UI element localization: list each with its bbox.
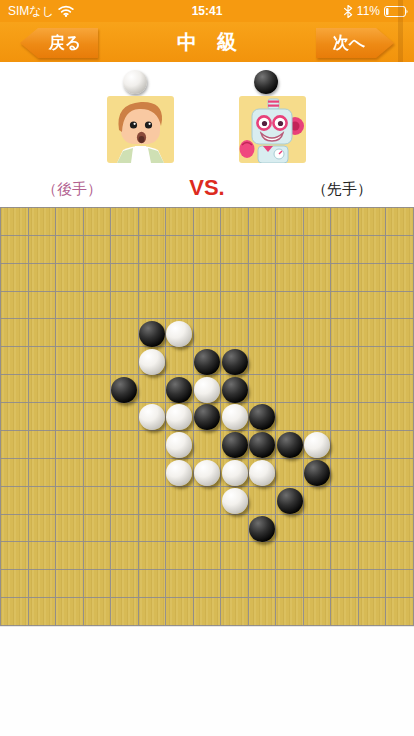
white-stone [139,404,165,430]
board-cell[interactable] [29,459,57,487]
board-cell[interactable] [386,319,414,347]
board-cell[interactable] [304,208,332,236]
board-cell[interactable] [84,570,112,598]
board-cell[interactable] [29,319,57,347]
board-cell[interactable] [139,319,167,347]
board-cell[interactable] [386,292,414,320]
board-cell[interactable] [221,459,249,487]
board-cell[interactable] [386,570,414,598]
board-cell[interactable] [194,598,222,626]
board-cell[interactable] [331,208,359,236]
board-cell[interactable] [194,542,222,570]
board-cell[interactable] [249,292,277,320]
board-cell[interactable] [139,403,167,431]
back-button-label: 戻る [49,34,81,51]
board-cell[interactable] [29,264,57,292]
board-cell[interactable] [249,347,277,375]
board-cell[interactable] [194,375,222,403]
board-cell[interactable] [276,570,304,598]
board-cell[interactable] [249,598,277,626]
board-cell[interactable] [304,487,332,515]
board-cell[interactable] [221,431,249,459]
board-cell[interactable] [29,515,57,543]
board-cell[interactable] [111,515,139,543]
board-cell[interactable] [1,319,29,347]
white-stone [139,349,165,375]
second-player-label: （後手） [38,180,102,199]
board-cell[interactable] [276,292,304,320]
board-cell[interactable] [1,515,29,543]
board-cell[interactable] [1,459,29,487]
board-cell[interactable] [386,459,414,487]
white-stone [249,460,275,486]
board-cell[interactable] [29,570,57,598]
board-cell[interactable] [139,292,167,320]
board-cell[interactable] [56,598,84,626]
board-cell[interactable] [139,542,167,570]
board-cell[interactable] [386,487,414,515]
board-cell[interactable] [276,431,304,459]
board-cell[interactable] [1,236,29,264]
black-stone [111,377,137,403]
white-stone [304,432,330,458]
board-cell[interactable] [221,375,249,403]
board-cell[interactable] [194,292,222,320]
board-cell[interactable] [276,208,304,236]
next-button[interactable]: 次へ [316,28,394,58]
board-cell[interactable] [29,236,57,264]
board-cell[interactable] [29,487,57,515]
black-stone [277,432,303,458]
board-cell[interactable] [29,208,57,236]
board-cell[interactable] [29,292,57,320]
board-cell[interactable] [1,208,29,236]
board-cell[interactable] [359,542,387,570]
board-cell[interactable] [1,542,29,570]
board-cell[interactable] [84,375,112,403]
board-cell[interactable] [1,431,29,459]
board-cell[interactable] [359,264,387,292]
board-cell[interactable] [166,236,194,264]
white-tray-stone [123,70,147,94]
board-cell[interactable] [1,375,29,403]
board-cell[interactable] [166,292,194,320]
white-stone [166,460,192,486]
white-stone [222,404,248,430]
board-cell[interactable] [84,264,112,292]
board-cell[interactable] [359,431,387,459]
board-cell[interactable] [276,236,304,264]
battery-percent-label: 11% [357,4,380,18]
board-cell[interactable] [331,542,359,570]
board-cell[interactable] [276,264,304,292]
board-cell[interactable] [139,208,167,236]
board-cell[interactable] [386,403,414,431]
board-cell[interactable] [56,515,84,543]
board-cell[interactable] [56,264,84,292]
board-cell[interactable] [221,487,249,515]
board-cell[interactable] [276,598,304,626]
board-cell[interactable] [331,292,359,320]
board-cell[interactable] [304,292,332,320]
board-cell[interactable] [304,375,332,403]
board-cell[interactable] [249,431,277,459]
board-cell[interactable] [29,375,57,403]
board-cell[interactable] [194,570,222,598]
board-cell[interactable] [56,403,84,431]
bottom-area [0,626,414,736]
board-cell[interactable] [304,264,332,292]
black-stone [194,349,220,375]
board-cell[interactable] [1,264,29,292]
board-cell[interactable] [221,319,249,347]
board-cell[interactable] [139,375,167,403]
human-avatar [107,96,174,163]
board-cell[interactable] [194,403,222,431]
board-cell[interactable] [386,347,414,375]
board-cell[interactable] [111,431,139,459]
board-cell[interactable] [29,403,57,431]
board-cell[interactable] [276,403,304,431]
board-cell[interactable] [221,570,249,598]
board-cell[interactable] [276,347,304,375]
board-cell[interactable] [166,515,194,543]
board-cell[interactable] [194,431,222,459]
board-cell[interactable] [194,264,222,292]
board-cell[interactable] [139,515,167,543]
white-stone [222,488,248,514]
board-cell[interactable] [56,292,84,320]
black-stone [222,432,248,458]
board-cell[interactable] [304,236,332,264]
board-cell[interactable] [249,459,277,487]
board-cell[interactable] [249,264,277,292]
board-cell[interactable] [166,459,194,487]
board-cell[interactable] [166,598,194,626]
board-cell[interactable] [221,515,249,543]
black-stone [166,377,192,403]
board-cell[interactable] [359,292,387,320]
players-panel: （後手） VS. （先手） 得点 0 : 2 [0,62,414,207]
board-cell[interactable] [166,431,194,459]
board-cell[interactable] [276,542,304,570]
board-cell[interactable] [1,403,29,431]
white-stone [194,460,220,486]
board-cell[interactable] [111,264,139,292]
white-stone [166,432,192,458]
board-cell[interactable] [56,347,84,375]
black-stone [249,432,275,458]
board-cell[interactable] [386,598,414,626]
board-cell[interactable] [84,542,112,570]
board-cell[interactable] [359,403,387,431]
board-cell[interactable] [331,375,359,403]
board-cell[interactable] [304,319,332,347]
board-cell[interactable] [166,487,194,515]
board-cell[interactable] [331,236,359,264]
board-cell[interactable] [304,431,332,459]
board-cell[interactable] [331,347,359,375]
black-tray-stone [254,70,278,94]
board-cell[interactable] [331,264,359,292]
board-cell[interactable] [84,598,112,626]
black-stone [139,321,165,347]
board-cell[interactable] [249,319,277,347]
board-cell[interactable] [331,570,359,598]
board-cell[interactable] [194,487,222,515]
back-button[interactable]: 戻る [20,28,98,58]
bluetooth-icon [343,5,353,18]
board-cell[interactable] [249,236,277,264]
black-stone [222,349,248,375]
board-cell[interactable] [359,598,387,626]
board-cell[interactable] [359,319,387,347]
board-cell[interactable] [221,292,249,320]
board-cell[interactable] [386,375,414,403]
white-stone [222,460,248,486]
board-cell[interactable] [249,208,277,236]
board-cell[interactable] [194,347,222,375]
board-cell[interactable] [386,515,414,543]
board-cell[interactable] [139,347,167,375]
black-stone [249,404,275,430]
board-cell[interactable] [249,375,277,403]
board-cell[interactable] [221,236,249,264]
black-stone [277,488,303,514]
board-cell[interactable] [166,347,194,375]
board-cell[interactable] [359,570,387,598]
board-cell[interactable] [166,403,194,431]
board-cell[interactable] [386,542,414,570]
board-cell[interactable] [1,347,29,375]
board-cell[interactable] [84,347,112,375]
board-cell[interactable] [139,459,167,487]
board-cell[interactable] [304,542,332,570]
board-cell[interactable] [139,236,167,264]
board-cell[interactable] [84,431,112,459]
board-cell[interactable] [194,459,222,487]
board-cell[interactable] [166,264,194,292]
board-cell[interactable] [56,542,84,570]
black-stone [249,516,275,542]
board-cell[interactable] [139,570,167,598]
board-cell[interactable] [221,347,249,375]
board-cell[interactable] [166,570,194,598]
board-cell[interactable] [84,403,112,431]
board-cell[interactable] [84,236,112,264]
board-cell[interactable] [304,515,332,543]
board-cell[interactable] [166,319,194,347]
board-cell[interactable] [194,236,222,264]
board-cell[interactable] [359,459,387,487]
board-cell[interactable] [56,487,84,515]
board-cell[interactable] [166,208,194,236]
board-cell[interactable] [56,208,84,236]
next-button-label: 次へ [333,34,365,51]
board-cell[interactable] [359,515,387,543]
board-cell[interactable] [111,292,139,320]
board-cell[interactable] [331,515,359,543]
board-cell[interactable] [386,208,414,236]
board-cell[interactable] [194,208,222,236]
board-cell[interactable] [221,403,249,431]
white-stone [166,321,192,347]
robot-avatar [239,96,306,163]
board-cell[interactable] [111,347,139,375]
board-cell[interactable] [29,347,57,375]
board-cell[interactable] [304,403,332,431]
board-cell[interactable] [359,347,387,375]
board-cell[interactable] [221,598,249,626]
board-cell[interactable] [249,542,277,570]
board-cell[interactable] [221,208,249,236]
board-cell[interactable] [166,375,194,403]
board-cell[interactable] [56,319,84,347]
board-cell[interactable] [84,292,112,320]
board-cell[interactable] [194,319,222,347]
board-cell[interactable] [29,431,57,459]
board-cell[interactable] [111,570,139,598]
board-cell[interactable] [111,236,139,264]
board-cell[interactable] [359,375,387,403]
board-cell[interactable] [249,515,277,543]
board-cell[interactable] [359,236,387,264]
board-cell[interactable] [56,375,84,403]
board-cell[interactable] [386,236,414,264]
board-cell[interactable] [331,459,359,487]
board-cell[interactable] [29,542,57,570]
black-stone [304,460,330,486]
battery-icon [384,6,409,17]
board-cell[interactable] [84,208,112,236]
board-cell[interactable] [386,431,414,459]
board-cell[interactable] [331,598,359,626]
status-bar: SIMなし 15:41 11% [0,0,414,22]
board-cell[interactable] [84,487,112,515]
board-cell[interactable] [139,487,167,515]
board-cell[interactable] [56,236,84,264]
board-cell[interactable] [111,208,139,236]
board-cell[interactable] [111,598,139,626]
board-cell[interactable] [56,570,84,598]
app-screen: SIMなし 15:41 11% 中 級 戻る 次へ [0,0,414,736]
first-player-label: （先手） [312,180,376,199]
board-cell[interactable] [249,403,277,431]
board-cell[interactable] [1,570,29,598]
board-cell[interactable] [276,515,304,543]
board-cell[interactable] [1,292,29,320]
board-cell[interactable] [221,542,249,570]
board-cell[interactable] [1,598,29,626]
board-cell[interactable] [56,459,84,487]
board-cell[interactable] [304,459,332,487]
vs-label: VS. [180,175,234,201]
board-cell[interactable] [249,570,277,598]
board-cell[interactable] [111,542,139,570]
board-cell[interactable] [331,431,359,459]
board-cell[interactable] [276,487,304,515]
board-cell[interactable] [111,487,139,515]
board-cell[interactable] [111,319,139,347]
board-cell[interactable] [331,487,359,515]
board-cell[interactable] [56,431,84,459]
board-cell[interactable] [331,403,359,431]
board-cell[interactable] [331,319,359,347]
board-cell[interactable] [139,431,167,459]
screen-edge-shade [398,0,403,62]
board-cell[interactable] [276,375,304,403]
board-cell[interactable] [84,515,112,543]
board-cell[interactable] [194,515,222,543]
board-cell[interactable] [111,375,139,403]
board-cell[interactable] [84,459,112,487]
board-cell[interactable] [111,459,139,487]
board-cell[interactable] [359,208,387,236]
board-cell[interactable] [304,570,332,598]
board-cell[interactable] [359,487,387,515]
board-cell[interactable] [276,319,304,347]
board-cell[interactable] [221,264,249,292]
board-cell[interactable] [139,598,167,626]
board-cell[interactable] [249,487,277,515]
board-cell[interactable] [386,264,414,292]
board-cell[interactable] [139,264,167,292]
board [0,207,414,626]
white-stone [166,404,192,430]
board-cell[interactable] [84,319,112,347]
board-cell[interactable] [276,459,304,487]
white-stone [194,377,220,403]
board-cell[interactable] [111,403,139,431]
black-stone [194,404,220,430]
black-stone [222,377,248,403]
board-cell[interactable] [1,487,29,515]
board-cell[interactable] [304,598,332,626]
board-cell[interactable] [304,347,332,375]
board-cell[interactable] [29,598,57,626]
board-cell[interactable] [166,542,194,570]
